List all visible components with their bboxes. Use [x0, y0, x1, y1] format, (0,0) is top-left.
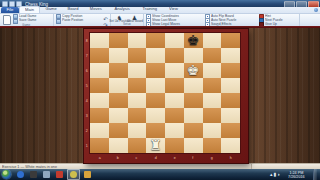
- ribbon: Load GameSave Game Game Copy PositionPas…: [0, 14, 320, 26]
- square-b6[interactable]: [109, 63, 128, 78]
- tray-icon[interactable]: ◗: [277, 172, 280, 177]
- save-game-button[interactable]: Save Game: [13, 19, 51, 23]
- ribbon-tab-row: File MainGameBoardMovesAnalysisTrainingV…: [0, 7, 320, 14]
- taskbar-icon-chess-king-app[interactable]: [67, 169, 80, 180]
- square-b2[interactable]: [109, 123, 128, 138]
- square-h5[interactable]: [221, 78, 240, 93]
- square-f6[interactable]: ♚: [184, 63, 203, 78]
- tray-icon[interactable]: ▮: [274, 172, 277, 177]
- tab-moves[interactable]: Moves: [84, 6, 108, 12]
- paste-position-button[interactable]: Paste Position: [56, 19, 100, 23]
- ribbon-group-setup: ♞Set Up Position♟Clear Board Setup: [111, 14, 144, 26]
- system-tray: ▴▮◗ 1:24 PM 7/26/2016: [270, 169, 317, 180]
- square-b5[interactable]: [109, 78, 128, 93]
- help-icon[interactable]: [314, 8, 318, 12]
- square-d1[interactable]: ♜: [146, 138, 165, 153]
- taskbar-icon-file-explorer[interactable]: [41, 170, 52, 179]
- tab-view[interactable]: View: [164, 6, 183, 12]
- square-a7[interactable]: [90, 48, 109, 63]
- tab-analysis[interactable]: Analysis: [108, 6, 136, 12]
- file-label-g: g: [203, 153, 222, 162]
- square-c7[interactable]: [128, 48, 147, 63]
- square-h1[interactable]: [221, 138, 240, 153]
- file-labels: abcdefgh: [90, 153, 240, 162]
- square-e8[interactable]: [165, 33, 184, 48]
- square-g1[interactable]: [203, 138, 222, 153]
- square-a6[interactable]: [90, 63, 109, 78]
- file-label-h: h: [221, 153, 240, 162]
- paste-position-icon: [56, 19, 61, 24]
- start-button[interactable]: [2, 170, 11, 179]
- square-a1[interactable]: [90, 138, 109, 153]
- tab-board[interactable]: Board: [62, 6, 84, 12]
- undo-icon[interactable]: [9, 1, 15, 7]
- square-g6[interactable]: [203, 63, 222, 78]
- square-a4[interactable]: [90, 93, 109, 108]
- square-d7[interactable]: [146, 48, 165, 63]
- square-g7[interactable]: [203, 48, 222, 63]
- square-b8[interactable]: [109, 33, 128, 48]
- square-c4[interactable]: [128, 93, 147, 108]
- square-e4[interactable]: [165, 93, 184, 108]
- browser-icon: [17, 171, 24, 178]
- square-f2[interactable]: [184, 123, 203, 138]
- tab-game[interactable]: Game: [40, 6, 62, 12]
- square-e7[interactable]: [165, 48, 184, 63]
- tab-file[interactable]: File: [1, 7, 19, 13]
- app-window: Chess King File MainGameBoardMovesAnalys…: [0, 0, 320, 180]
- square-f7[interactable]: [184, 48, 203, 63]
- square-g8[interactable]: [203, 33, 222, 48]
- tab-main[interactable]: Main: [19, 6, 40, 13]
- save-icon[interactable]: [2, 1, 8, 7]
- ribbon-group-options: Show CoordinatesShow Last MoveShow Legal…: [144, 14, 300, 26]
- document-icon: [3, 15, 11, 25]
- square-g4[interactable]: [203, 93, 222, 108]
- square-e6[interactable]: [165, 63, 184, 78]
- square-c3[interactable]: [128, 108, 147, 123]
- square-b7[interactable]: [109, 48, 128, 63]
- taskbar-icon-media-player[interactable]: [28, 170, 39, 179]
- square-d2[interactable]: [146, 123, 165, 138]
- square-f3[interactable]: [184, 108, 203, 123]
- square-d8[interactable]: [146, 33, 165, 48]
- undo-icon[interactable]: ↶: [102, 15, 108, 21]
- new-game-button[interactable]: [2, 15, 11, 24]
- file-label-d: d: [146, 153, 165, 162]
- file-label-f: f: [184, 153, 203, 162]
- square-a8[interactable]: [90, 33, 109, 48]
- square-d6[interactable]: [146, 63, 165, 78]
- taskbar-clock[interactable]: 1:24 PM 7/26/2016: [283, 171, 310, 179]
- chess-board: 87654321 abcdefgh ♚♚♜: [84, 29, 248, 163]
- square-h4[interactable]: [221, 93, 240, 108]
- taskbar-icons: [15, 169, 93, 180]
- file-label-e: e: [165, 153, 184, 162]
- square-c2[interactable]: [128, 123, 147, 138]
- square-e3[interactable]: [165, 108, 184, 123]
- status-text: Exercise 1 — White mates in one: [2, 165, 57, 169]
- taskbar-icon-browser[interactable]: [15, 170, 26, 179]
- file-label-c: c: [128, 153, 147, 162]
- square-c5[interactable]: [128, 78, 147, 93]
- folder-icon: [84, 171, 91, 178]
- board-grid: ♚♚♜: [90, 33, 240, 153]
- square-c1[interactable]: [128, 138, 147, 153]
- square-d4[interactable]: [146, 93, 165, 108]
- taskbar-icon-app-red[interactable]: [54, 170, 65, 179]
- square-h3[interactable]: [221, 108, 240, 123]
- square-f5[interactable]: [184, 78, 203, 93]
- taskbar-icon-folder[interactable]: [82, 170, 93, 179]
- square-e1[interactable]: [165, 138, 184, 153]
- white-king[interactable]: ♚: [187, 63, 200, 78]
- square-g5[interactable]: [203, 78, 222, 93]
- file-explorer-icon: [43, 171, 50, 178]
- ribbon-group-game: Load GameSave Game Game: [0, 14, 54, 26]
- square-h6[interactable]: [221, 63, 240, 78]
- square-f4[interactable]: [184, 93, 203, 108]
- square-b3[interactable]: [109, 108, 128, 123]
- square-f1[interactable]: [184, 138, 203, 153]
- app-red-icon: [56, 171, 63, 178]
- media-player-icon: [30, 171, 37, 178]
- square-e5[interactable]: [165, 78, 184, 93]
- square-h8[interactable]: [221, 33, 240, 48]
- tab-training[interactable]: Training: [136, 6, 163, 12]
- show-desktop-button[interactable]: [313, 169, 317, 180]
- square-h7[interactable]: [221, 48, 240, 63]
- square-c6[interactable]: [128, 63, 147, 78]
- save-game-icon: [13, 19, 18, 24]
- square-a5[interactable]: [90, 78, 109, 93]
- taskbar: ▴▮◗ 1:24 PM 7/26/2016: [0, 169, 320, 180]
- square-e2[interactable]: [165, 123, 184, 138]
- ribbon-group-edit: Copy PositionPaste Position ↶↷ Edit: [54, 14, 111, 26]
- square-a3[interactable]: [90, 108, 109, 123]
- square-g3[interactable]: [203, 108, 222, 123]
- square-c8[interactable]: [128, 33, 147, 48]
- ribbon-tabs: MainGameBoardMovesAnalysisTrainingView: [19, 6, 183, 13]
- square-f8[interactable]: ♚: [184, 33, 203, 48]
- square-b1[interactable]: [109, 138, 128, 153]
- square-d3[interactable]: [146, 108, 165, 123]
- chess-king-app-icon: [70, 171, 77, 178]
- square-d5[interactable]: [146, 78, 165, 93]
- white-rook[interactable]: ♜: [149, 138, 162, 153]
- file-label-b: b: [109, 153, 128, 162]
- tray-icon[interactable]: ▴: [270, 172, 273, 177]
- square-h2[interactable]: [221, 123, 240, 138]
- square-g2[interactable]: [203, 123, 222, 138]
- black-king[interactable]: ♚: [187, 33, 200, 48]
- file-label-a: a: [90, 153, 109, 162]
- square-b4[interactable]: [109, 93, 128, 108]
- square-a2[interactable]: [90, 123, 109, 138]
